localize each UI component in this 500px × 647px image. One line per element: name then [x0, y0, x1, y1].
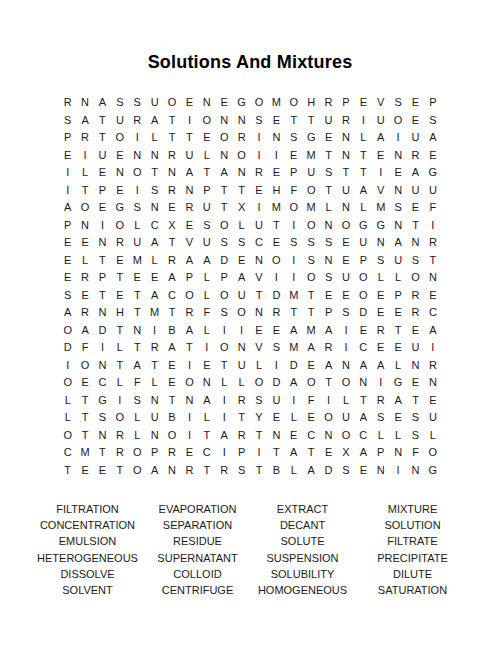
grid-cell: U: [337, 409, 354, 427]
grid-cell: T: [198, 462, 215, 480]
grid-cell: E: [285, 427, 302, 445]
grid-cell: O: [216, 129, 233, 147]
grid-cell: D: [94, 322, 111, 340]
grid-cell: P: [285, 164, 302, 182]
grid-cell: M: [302, 147, 319, 165]
word-list-item: FILTRATE: [355, 533, 470, 549]
grid-cell: O: [111, 129, 128, 147]
grid-cell: T: [389, 322, 406, 340]
grid-cell: O: [181, 287, 198, 305]
grid-cell: R: [407, 147, 424, 165]
grid-cell: R: [111, 444, 128, 462]
grid-cell: P: [181, 269, 198, 287]
grid-cell: I: [320, 392, 337, 410]
grid-cell: L: [285, 409, 302, 427]
grid-cell: N: [163, 164, 180, 182]
grid-cell: E: [94, 199, 111, 217]
grid-cell: T: [129, 339, 146, 357]
grid-cell: T: [285, 304, 302, 322]
grid-cell: S: [302, 252, 319, 270]
grid-cell: R: [163, 252, 180, 270]
grid-cell: A: [146, 234, 163, 252]
grid-cell: L: [250, 357, 267, 375]
grid-cell: L: [389, 427, 406, 445]
grid-cell: U: [111, 112, 128, 130]
puzzle-title: Solutions And Mixtures: [0, 52, 500, 73]
grid-cell: A: [389, 234, 406, 252]
grid-cell: F: [285, 182, 302, 200]
grid-cell: O: [285, 199, 302, 217]
grid-cell: I: [250, 147, 267, 165]
grid-cell: N: [198, 374, 215, 392]
grid-cell: S: [407, 427, 424, 445]
grid-cell: S: [129, 199, 146, 217]
grid-cell: M: [76, 444, 93, 462]
grid-cell: E: [372, 287, 389, 305]
grid-cell: A: [129, 357, 146, 375]
grid-cell: A: [216, 164, 233, 182]
grid-cell: O: [337, 427, 354, 445]
word-list-item: EVAPORATION: [145, 501, 250, 517]
grid-cell: Y: [250, 409, 267, 427]
grid-cell: N: [94, 357, 111, 375]
grid-cell: R: [407, 287, 424, 305]
grid-cell: L: [111, 374, 128, 392]
grid-cell: T: [163, 129, 180, 147]
grid-cell: N: [94, 304, 111, 322]
grid-cell: S: [146, 182, 163, 200]
grid-cell: T: [250, 287, 267, 305]
grid-cell: E: [389, 339, 406, 357]
grid-cell: E: [337, 234, 354, 252]
grid-cell: E: [163, 374, 180, 392]
word-search-grid: RNASSUOENEGOMOHRPEVSEPSATURATIONNSETTURI…: [59, 94, 442, 479]
grid-cell: T: [163, 392, 180, 410]
grid-cell: T: [163, 112, 180, 130]
grid-cell: C: [355, 427, 372, 445]
grid-cell: O: [233, 147, 250, 165]
grid-cell: O: [216, 217, 233, 235]
grid-cell: I: [233, 322, 250, 340]
grid-cell: S: [111, 94, 128, 112]
grid-cell: T: [129, 287, 146, 305]
grid-cell: M: [302, 322, 319, 340]
grid-cell: N: [407, 357, 424, 375]
grid-cell: B: [163, 322, 180, 340]
grid-cell: R: [320, 339, 337, 357]
grid-cell: L: [198, 269, 215, 287]
grid-cell: I: [250, 444, 267, 462]
grid-cell: T: [302, 444, 319, 462]
grid-cell: U: [337, 269, 354, 287]
grid-cell: S: [320, 234, 337, 252]
grid-cell: O: [129, 462, 146, 480]
grid-cell: T: [250, 427, 267, 445]
grid-cell: I: [285, 392, 302, 410]
grid-cell: N: [268, 427, 285, 445]
grid-cell: E: [268, 322, 285, 340]
grid-cell: A: [216, 427, 233, 445]
grid-cell: L: [129, 409, 146, 427]
grid-cell: I: [355, 112, 372, 130]
grid-cell: O: [389, 112, 406, 130]
grid-cell: F: [407, 444, 424, 462]
grid-cell: S: [285, 234, 302, 252]
grid-cell: L: [198, 409, 215, 427]
grid-cell: S: [389, 199, 406, 217]
grid-cell: E: [320, 287, 337, 305]
grid-cell: A: [198, 252, 215, 270]
grid-cell: P: [146, 444, 163, 462]
grid-cell: E: [320, 444, 337, 462]
grid-cell: S: [268, 339, 285, 357]
grid-cell: A: [355, 444, 372, 462]
grid-cell: L: [372, 269, 389, 287]
grid-cell: U: [94, 147, 111, 165]
grid-cell: I: [268, 147, 285, 165]
grid-cell: L: [337, 392, 354, 410]
grid-cell: L: [285, 462, 302, 480]
grid-cell: I: [285, 252, 302, 270]
grid-cell: L: [424, 427, 441, 445]
grid-cell: O: [302, 374, 319, 392]
grid-cell: F: [424, 199, 441, 217]
grid-cell: P: [59, 129, 76, 147]
grid-cell: L: [389, 269, 406, 287]
grid-cell: E: [268, 112, 285, 130]
grid-cell: N: [320, 252, 337, 270]
grid-cell: N: [146, 427, 163, 445]
grid-cell: U: [355, 234, 372, 252]
grid-cell: I: [59, 164, 76, 182]
grid-cell: E: [424, 287, 441, 305]
grid-cell: P: [424, 94, 441, 112]
grid-cell: N: [389, 217, 406, 235]
grid-cell: R: [372, 392, 389, 410]
grid-cell: I: [129, 182, 146, 200]
grid-cell: E: [355, 462, 372, 480]
grid-cell: U: [302, 164, 319, 182]
grid-cell: T: [302, 304, 319, 322]
grid-cell: E: [268, 164, 285, 182]
grid-cell: S: [407, 409, 424, 427]
grid-cell: E: [268, 234, 285, 252]
grid-cell: E: [389, 164, 406, 182]
grid-cell: I: [372, 164, 389, 182]
grid-cell: E: [181, 94, 198, 112]
grid-cell: L: [146, 252, 163, 270]
grid-cell: L: [372, 427, 389, 445]
grid-cell: X: [337, 444, 354, 462]
grid-cell: E: [59, 234, 76, 252]
word-list-item: RESIDUE: [145, 533, 250, 549]
grid-cell: L: [59, 409, 76, 427]
grid-cell: U: [407, 129, 424, 147]
word-list-item: SUSPENSION: [250, 550, 355, 566]
grid-cell: T: [355, 147, 372, 165]
grid-cell: D: [59, 339, 76, 357]
grid-cell: T: [198, 164, 215, 182]
grid-cell: T: [198, 427, 215, 445]
grid-cell: E: [285, 147, 302, 165]
grid-cell: E: [389, 304, 406, 322]
grid-cell: U: [268, 392, 285, 410]
grid-cell: T: [355, 392, 372, 410]
word-list-item: PRECIPITATE: [355, 550, 470, 566]
grid-cell: S: [233, 462, 250, 480]
grid-cell: M: [268, 94, 285, 112]
grid-cell: E: [424, 392, 441, 410]
grid-cell: A: [285, 374, 302, 392]
grid-cell: P: [94, 182, 111, 200]
grid-cell: L: [355, 129, 372, 147]
grid-cell: I: [181, 112, 198, 130]
grid-cell: O: [163, 427, 180, 445]
grid-cell: S: [320, 164, 337, 182]
grid-cell: U: [233, 287, 250, 305]
grid-cell: E: [407, 112, 424, 130]
grid-cell: E: [407, 94, 424, 112]
grid-cell: R: [233, 427, 250, 445]
grid-cell: A: [285, 322, 302, 340]
grid-cell: E: [111, 287, 128, 305]
grid-cell: O: [268, 252, 285, 270]
grid-cell: L: [389, 357, 406, 375]
grid-cell: R: [268, 304, 285, 322]
grid-cell: R: [76, 129, 93, 147]
grid-cell: O: [129, 164, 146, 182]
grid-cell: E: [407, 199, 424, 217]
grid-cell: N: [268, 129, 285, 147]
grid-cell: T: [146, 164, 163, 182]
grid-cell: G: [424, 462, 441, 480]
grid-cell: O: [76, 357, 93, 375]
grid-cell: B: [268, 462, 285, 480]
grid-cell: P: [59, 217, 76, 235]
grid-cell: E: [424, 147, 441, 165]
grid-cell: H: [268, 182, 285, 200]
grid-cell: E: [94, 462, 111, 480]
grid-cell: L: [355, 199, 372, 217]
grid-cell: A: [320, 357, 337, 375]
word-list-item: SOLUBILITY: [250, 566, 355, 582]
grid-cell: S: [337, 462, 354, 480]
grid-cell: E: [302, 357, 319, 375]
grid-cell: A: [355, 357, 372, 375]
grid-cell: E: [76, 374, 93, 392]
grid-cell: I: [94, 217, 111, 235]
grid-cell: L: [320, 199, 337, 217]
grid-cell: P: [372, 444, 389, 462]
grid-cell: T: [111, 462, 128, 480]
grid-cell: R: [424, 234, 441, 252]
grid-cell: G: [111, 199, 128, 217]
grid-cell: S: [407, 252, 424, 270]
grid-cell: T: [320, 182, 337, 200]
grid-cell: T: [129, 304, 146, 322]
grid-cell: N: [407, 234, 424, 252]
grid-cell: E: [76, 234, 93, 252]
word-list-item: HOMOGENEOUS: [250, 582, 355, 598]
grid-cell: O: [302, 182, 319, 200]
word-list-item: MIXTURE: [355, 501, 470, 517]
grid-cell: S: [337, 304, 354, 322]
grid-cell: M: [146, 304, 163, 322]
grid-cell: A: [407, 164, 424, 182]
grid-cell: G: [233, 94, 250, 112]
grid-cell: N: [355, 374, 372, 392]
grid-cell: I: [424, 217, 441, 235]
grid-cell: T: [94, 129, 111, 147]
grid-cell: E: [59, 252, 76, 270]
grid-cell: N: [146, 199, 163, 217]
grid-cell: T: [94, 287, 111, 305]
grid-cell: U: [233, 357, 250, 375]
grid-cell: I: [337, 322, 354, 340]
grid-cell: E: [407, 374, 424, 392]
grid-cell: O: [59, 427, 76, 445]
grid-cell: I: [216, 444, 233, 462]
grid-cell: E: [320, 129, 337, 147]
grid-cell: I: [389, 129, 406, 147]
grid-cell: T: [216, 182, 233, 200]
grid-cell: N: [320, 217, 337, 235]
grid-cell: A: [372, 357, 389, 375]
grid-cell: T: [76, 409, 93, 427]
grid-cell: T: [146, 357, 163, 375]
grid-cell: P: [320, 304, 337, 322]
grid-cell: A: [163, 269, 180, 287]
grid-cell: U: [337, 182, 354, 200]
grid-cell: I: [59, 182, 76, 200]
grid-cell: S: [94, 409, 111, 427]
grid-cell: T: [181, 129, 198, 147]
grid-cell: I: [285, 217, 302, 235]
grid-cell: A: [424, 129, 441, 147]
grid-cell: E: [302, 409, 319, 427]
grid-cell: L: [111, 339, 128, 357]
grid-cell: I: [216, 322, 233, 340]
grid-cell: R: [337, 112, 354, 130]
grid-cell: S: [389, 94, 406, 112]
grid-cell: E: [198, 129, 215, 147]
grid-cell: R: [146, 339, 163, 357]
grid-cell: L: [198, 287, 215, 305]
grid-cell: N: [181, 392, 198, 410]
word-list-item: CENTRIFUGE: [145, 582, 250, 598]
grid-cell: O: [302, 269, 319, 287]
grid-cell: V: [250, 269, 267, 287]
grid-cell: A: [302, 339, 319, 357]
grid-cell: L: [129, 427, 146, 445]
word-list-item: EMULSION: [30, 533, 145, 549]
grid-cell: D: [216, 252, 233, 270]
grid-cell: I: [285, 269, 302, 287]
grid-cell: R: [233, 129, 250, 147]
grid-cell: I: [268, 357, 285, 375]
grid-cell: R: [76, 269, 93, 287]
grid-cell: R: [372, 322, 389, 340]
grid-cell: V: [181, 234, 198, 252]
grid-cell: I: [181, 409, 198, 427]
grid-cell: E: [389, 409, 406, 427]
grid-cell: U: [198, 199, 215, 217]
grid-cell: E: [181, 217, 198, 235]
grid-cell: N: [250, 304, 267, 322]
word-list-item: CONCENTRATION: [30, 517, 145, 533]
grid-cell: S: [233, 234, 250, 252]
grid-cell: O: [111, 217, 128, 235]
word-list-item: DISSOLVE: [30, 566, 145, 582]
grid-cell: E: [163, 199, 180, 217]
grid-cell: N: [389, 147, 406, 165]
grid-cell: U: [146, 94, 163, 112]
word-list: FILTRATIONEVAPORATIONEXTRACTMIXTURECONCE…: [30, 501, 470, 598]
grid-cell: R: [407, 304, 424, 322]
grid-cell: N: [372, 462, 389, 480]
grid-cell: P: [389, 287, 406, 305]
grid-cell: U: [407, 339, 424, 357]
grid-cell: A: [355, 182, 372, 200]
grid-cell: D: [268, 374, 285, 392]
grid-cell: S: [372, 252, 389, 270]
grid-cell: I: [372, 374, 389, 392]
grid-cell: N: [337, 129, 354, 147]
grid-cell: O: [59, 322, 76, 340]
grid-cell: S: [372, 409, 389, 427]
grid-cell: A: [163, 339, 180, 357]
word-list-item: HETEROGENEOUS: [30, 550, 145, 566]
grid-cell: T: [407, 392, 424, 410]
grid-cell: C: [302, 427, 319, 445]
grid-cell: U: [320, 112, 337, 130]
grid-cell: C: [163, 287, 180, 305]
grid-cell: T: [268, 444, 285, 462]
grid-cell: C: [59, 444, 76, 462]
grid-cell: O: [355, 287, 372, 305]
grid-cell: T: [163, 304, 180, 322]
grid-cell: O: [250, 374, 267, 392]
grid-cell: T: [302, 287, 319, 305]
grid-cell: I: [337, 339, 354, 357]
word-list-item: SEPARATION: [145, 517, 250, 533]
grid-cell: T: [320, 374, 337, 392]
grid-cell: P: [198, 182, 215, 200]
grid-cell: N: [233, 164, 250, 182]
grid-cell: E: [216, 94, 233, 112]
grid-cell: N: [198, 94, 215, 112]
grid-cell: U: [372, 112, 389, 130]
grid-cell: R: [181, 462, 198, 480]
grid-cell: T: [355, 164, 372, 182]
grid-cell: N: [250, 252, 267, 270]
grid-cell: I: [268, 269, 285, 287]
grid-cell: T: [320, 147, 337, 165]
word-list-item: DILUTE: [355, 566, 470, 582]
grid-cell: C: [94, 374, 111, 392]
grid-cell: M: [285, 339, 302, 357]
grid-cell: E: [355, 94, 372, 112]
grid-cell: S: [198, 217, 215, 235]
grid-cell: C: [250, 234, 267, 252]
grid-cell: E: [129, 269, 146, 287]
grid-cell: E: [163, 357, 180, 375]
grid-cell: G: [355, 217, 372, 235]
grid-cell: O: [337, 217, 354, 235]
grid-cell: T: [285, 112, 302, 130]
grid-cell: R: [129, 112, 146, 130]
grid-cell: N: [233, 339, 250, 357]
